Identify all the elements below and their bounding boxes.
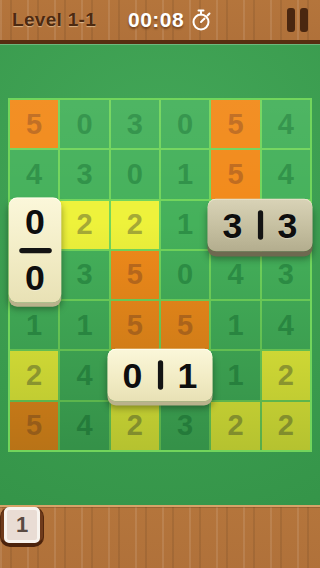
cell-r5c6[interactable]: 4 bbox=[262, 301, 310, 349]
domino-pip: 3 bbox=[263, 199, 313, 252]
cell-r4c3[interactable]: 5 bbox=[111, 251, 159, 299]
cell-number: 5 bbox=[26, 409, 42, 442]
cell-r3c3[interactable]: 2 bbox=[111, 201, 159, 249]
cell-r1c3[interactable]: 3 bbox=[111, 100, 159, 148]
cell-number: 5 bbox=[227, 108, 243, 141]
cell-number: 4 bbox=[227, 258, 243, 291]
cell-r7c3[interactable]: 2 bbox=[111, 402, 159, 450]
cell-number: 5 bbox=[177, 309, 193, 342]
domino-pip: 0 bbox=[9, 198, 62, 248]
cell-r5c2[interactable]: 1 bbox=[60, 301, 108, 349]
cell-number: 0 bbox=[76, 108, 92, 141]
tile-button[interactable]: 1 bbox=[0, 507, 44, 547]
domino-pip: 0 bbox=[108, 349, 158, 402]
top-bar: Level 1-1 00:08 bbox=[0, 0, 320, 44]
timer-value: 00:08 bbox=[128, 8, 184, 32]
cell-r2c4[interactable]: 1 bbox=[161, 150, 209, 198]
cell-number: 2 bbox=[278, 359, 294, 392]
cell-r5c3[interactable]: 5 bbox=[111, 301, 159, 349]
cell-number: 4 bbox=[26, 158, 42, 191]
cell-r7c2[interactable]: 4 bbox=[60, 402, 108, 450]
cell-r5c5[interactable]: 1 bbox=[211, 301, 259, 349]
domino-tile-0-1[interactable]: 01 bbox=[108, 349, 213, 402]
cell-r2c1[interactable]: 4 bbox=[10, 150, 58, 198]
cell-number: 3 bbox=[76, 258, 92, 291]
timer: 00:08 bbox=[128, 0, 212, 40]
domino-pip: 1 bbox=[163, 349, 213, 402]
cell-number: 0 bbox=[177, 258, 193, 291]
cell-number: 2 bbox=[127, 208, 143, 241]
cell-number: 0 bbox=[177, 108, 193, 141]
cell-number: 1 bbox=[177, 158, 193, 191]
cell-r6c2[interactable]: 4 bbox=[60, 351, 108, 399]
game-screen: Level 1-1 00:08 503054430154221350431155… bbox=[0, 0, 320, 568]
cell-number: 0 bbox=[127, 158, 143, 191]
cell-r2c6[interactable]: 4 bbox=[262, 150, 310, 198]
pause-icon bbox=[287, 8, 295, 32]
cell-number: 1 bbox=[227, 359, 243, 392]
cell-r4c5[interactable]: 4 bbox=[211, 251, 259, 299]
cell-r6c5[interactable]: 1 bbox=[211, 351, 259, 399]
cell-r1c2[interactable]: 0 bbox=[60, 100, 108, 148]
cell-r1c5[interactable]: 5 bbox=[211, 100, 259, 148]
cell-number: 4 bbox=[76, 359, 92, 392]
cell-number: 5 bbox=[127, 258, 143, 291]
cell-number: 1 bbox=[26, 309, 42, 342]
cell-r1c6[interactable]: 4 bbox=[262, 100, 310, 148]
cell-r5c4[interactable]: 5 bbox=[161, 301, 209, 349]
cell-number: 5 bbox=[127, 309, 143, 342]
pause-icon bbox=[300, 8, 308, 32]
cell-r7c5[interactable]: 2 bbox=[211, 402, 259, 450]
cell-r1c1[interactable]: 5 bbox=[10, 100, 58, 148]
cell-r4c2[interactable]: 3 bbox=[60, 251, 108, 299]
cell-r2c3[interactable]: 0 bbox=[111, 150, 159, 198]
cell-r1c4[interactable]: 0 bbox=[161, 100, 209, 148]
cell-r4c4[interactable]: 0 bbox=[161, 251, 209, 299]
cell-number: 1 bbox=[177, 208, 193, 241]
domino-pip: 3 bbox=[208, 199, 258, 252]
cell-number: 4 bbox=[278, 108, 294, 141]
cell-number: 2 bbox=[278, 409, 294, 442]
cell-number: 5 bbox=[26, 108, 42, 141]
cell-r7c4[interactable]: 3 bbox=[161, 402, 209, 450]
cell-r5c1[interactable]: 1 bbox=[10, 301, 58, 349]
cell-number: 1 bbox=[76, 309, 92, 342]
bottom-toolbar: x10 + 1 bbox=[0, 505, 320, 568]
cell-r6c6[interactable]: 2 bbox=[262, 351, 310, 399]
cell-number: 2 bbox=[127, 409, 143, 442]
cell-number: 4 bbox=[76, 409, 92, 442]
cell-number: 4 bbox=[278, 158, 294, 191]
cell-r3c2[interactable]: 2 bbox=[60, 201, 108, 249]
cell-r7c1[interactable]: 5 bbox=[10, 402, 58, 450]
cell-r4c6[interactable]: 3 bbox=[262, 251, 310, 299]
tile-label: 1 bbox=[4, 507, 40, 543]
cell-r7c6[interactable]: 2 bbox=[262, 402, 310, 450]
domino-board: 5030544301542213504311551424125423220033… bbox=[8, 98, 312, 452]
cell-number: 3 bbox=[177, 409, 193, 442]
stopwatch-icon bbox=[190, 8, 212, 32]
domino-tile-3-3[interactable]: 33 bbox=[208, 199, 313, 252]
cell-number: 3 bbox=[278, 258, 294, 291]
cell-number: 2 bbox=[76, 208, 92, 241]
cell-number: 2 bbox=[227, 409, 243, 442]
cell-r6c1[interactable]: 2 bbox=[10, 351, 58, 399]
cell-number: 4 bbox=[278, 309, 294, 342]
cell-r3c4[interactable]: 1 bbox=[161, 201, 209, 249]
cell-number: 5 bbox=[227, 158, 243, 191]
cell-r2c2[interactable]: 3 bbox=[60, 150, 108, 198]
level-title: Level 1-1 bbox=[12, 9, 96, 31]
cell-r2c5[interactable]: 5 bbox=[211, 150, 259, 198]
domino-tile-0-0[interactable]: 00 bbox=[9, 198, 62, 303]
pause-button[interactable] bbox=[282, 7, 312, 33]
cell-number: 2 bbox=[26, 359, 42, 392]
cell-number: 1 bbox=[227, 309, 243, 342]
cell-number: 3 bbox=[76, 158, 92, 191]
domino-pip: 0 bbox=[9, 253, 62, 303]
cell-number: 3 bbox=[127, 108, 143, 141]
